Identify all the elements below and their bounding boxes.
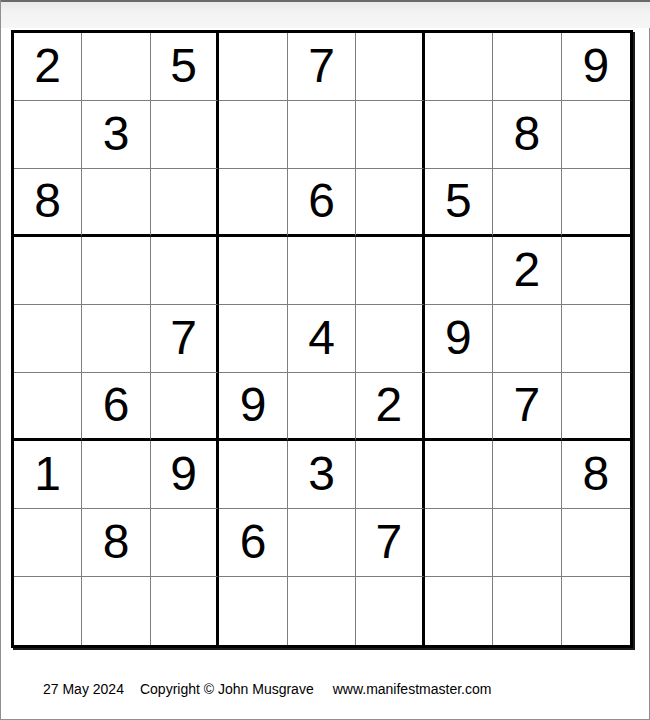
cell-r4c7 bbox=[425, 237, 493, 305]
cell-r9c2 bbox=[82, 577, 150, 645]
cell-r3c7: 5 bbox=[425, 169, 493, 237]
cell-r3c2 bbox=[82, 169, 150, 237]
cell-r5c8 bbox=[493, 305, 561, 373]
cell-r1c7 bbox=[425, 33, 493, 101]
cell-r5c1 bbox=[14, 305, 82, 373]
cell-r1c1: 2 bbox=[14, 33, 82, 101]
cell-r6c6: 2 bbox=[356, 373, 424, 441]
cell-r6c4: 9 bbox=[219, 373, 287, 441]
cell-r1c8 bbox=[493, 33, 561, 101]
website-url: www.manifestmaster.com bbox=[333, 681, 492, 697]
cell-r2c3 bbox=[151, 101, 219, 169]
cell-r8c5 bbox=[288, 509, 356, 577]
cell-r3c8 bbox=[493, 169, 561, 237]
cell-r7c9: 8 bbox=[562, 441, 630, 509]
cell-r9c7 bbox=[425, 577, 493, 645]
cell-r9c6 bbox=[356, 577, 424, 645]
cell-r6c8: 7 bbox=[493, 373, 561, 441]
cell-r4c3 bbox=[151, 237, 219, 305]
cell-r2c5 bbox=[288, 101, 356, 169]
cell-r6c2: 6 bbox=[82, 373, 150, 441]
cell-r2c2: 3 bbox=[82, 101, 150, 169]
cell-r4c8: 2 bbox=[493, 237, 561, 305]
cell-r7c2 bbox=[82, 441, 150, 509]
sudoku-board: 257938865274969271938867 bbox=[11, 30, 633, 648]
cell-r8c8 bbox=[493, 509, 561, 577]
cell-r6c5 bbox=[288, 373, 356, 441]
cell-r8c3 bbox=[151, 509, 219, 577]
cell-r3c3 bbox=[151, 169, 219, 237]
cell-r4c6 bbox=[356, 237, 424, 305]
cell-r3c4 bbox=[219, 169, 287, 237]
cell-r1c3: 5 bbox=[151, 33, 219, 101]
footer: 27 May 2024Copyright © John Musgravewww.… bbox=[43, 681, 491, 697]
cell-r7c8 bbox=[493, 441, 561, 509]
cell-r6c9 bbox=[562, 373, 630, 441]
cell-r8c7 bbox=[425, 509, 493, 577]
cell-r4c9 bbox=[562, 237, 630, 305]
cell-r7c3: 9 bbox=[151, 441, 219, 509]
cell-r4c1 bbox=[14, 237, 82, 305]
cell-r6c1 bbox=[14, 373, 82, 441]
cell-r7c7 bbox=[425, 441, 493, 509]
cell-r3c5: 6 bbox=[288, 169, 356, 237]
cell-r1c4 bbox=[219, 33, 287, 101]
copyright-text: Copyright © John Musgrave bbox=[140, 681, 314, 697]
cell-r7c6 bbox=[356, 441, 424, 509]
cell-r1c6 bbox=[356, 33, 424, 101]
cell-r9c9 bbox=[562, 577, 630, 645]
cell-r5c2 bbox=[82, 305, 150, 373]
cell-r9c3 bbox=[151, 577, 219, 645]
cell-r4c5 bbox=[288, 237, 356, 305]
cell-r9c5 bbox=[288, 577, 356, 645]
cell-r3c9 bbox=[562, 169, 630, 237]
cell-r5c9 bbox=[562, 305, 630, 373]
cell-r5c4 bbox=[219, 305, 287, 373]
cell-r9c4 bbox=[219, 577, 287, 645]
cell-r2c9 bbox=[562, 101, 630, 169]
cell-r8c4: 6 bbox=[219, 509, 287, 577]
cell-r9c8 bbox=[493, 577, 561, 645]
cell-r5c6 bbox=[356, 305, 424, 373]
cell-r3c6 bbox=[356, 169, 424, 237]
cell-r4c2 bbox=[82, 237, 150, 305]
cell-r2c4 bbox=[219, 101, 287, 169]
cell-r5c3: 7 bbox=[151, 305, 219, 373]
cell-r7c1: 1 bbox=[14, 441, 82, 509]
cell-r4c4 bbox=[219, 237, 287, 305]
cell-r1c9: 9 bbox=[562, 33, 630, 101]
cell-r1c5: 7 bbox=[288, 33, 356, 101]
cell-r9c1 bbox=[14, 577, 82, 645]
cell-r8c6: 7 bbox=[356, 509, 424, 577]
cell-r7c4 bbox=[219, 441, 287, 509]
page: 257938865274969271938867 27 May 2024Copy… bbox=[0, 0, 650, 720]
cell-r2c1 bbox=[14, 101, 82, 169]
cell-r8c1 bbox=[14, 509, 82, 577]
cell-r2c6 bbox=[356, 101, 424, 169]
cell-r6c7 bbox=[425, 373, 493, 441]
cell-r5c7: 9 bbox=[425, 305, 493, 373]
window-top-bar bbox=[1, 0, 650, 28]
cell-r2c8: 8 bbox=[493, 101, 561, 169]
cell-r8c2: 8 bbox=[82, 509, 150, 577]
cell-r1c2 bbox=[82, 33, 150, 101]
cell-r5c5: 4 bbox=[288, 305, 356, 373]
cell-r2c7 bbox=[425, 101, 493, 169]
cell-r3c1: 8 bbox=[14, 169, 82, 237]
cell-r8c9 bbox=[562, 509, 630, 577]
cell-r7c5: 3 bbox=[288, 441, 356, 509]
cell-r6c3 bbox=[151, 373, 219, 441]
puzzle-date: 27 May 2024 bbox=[43, 681, 124, 697]
